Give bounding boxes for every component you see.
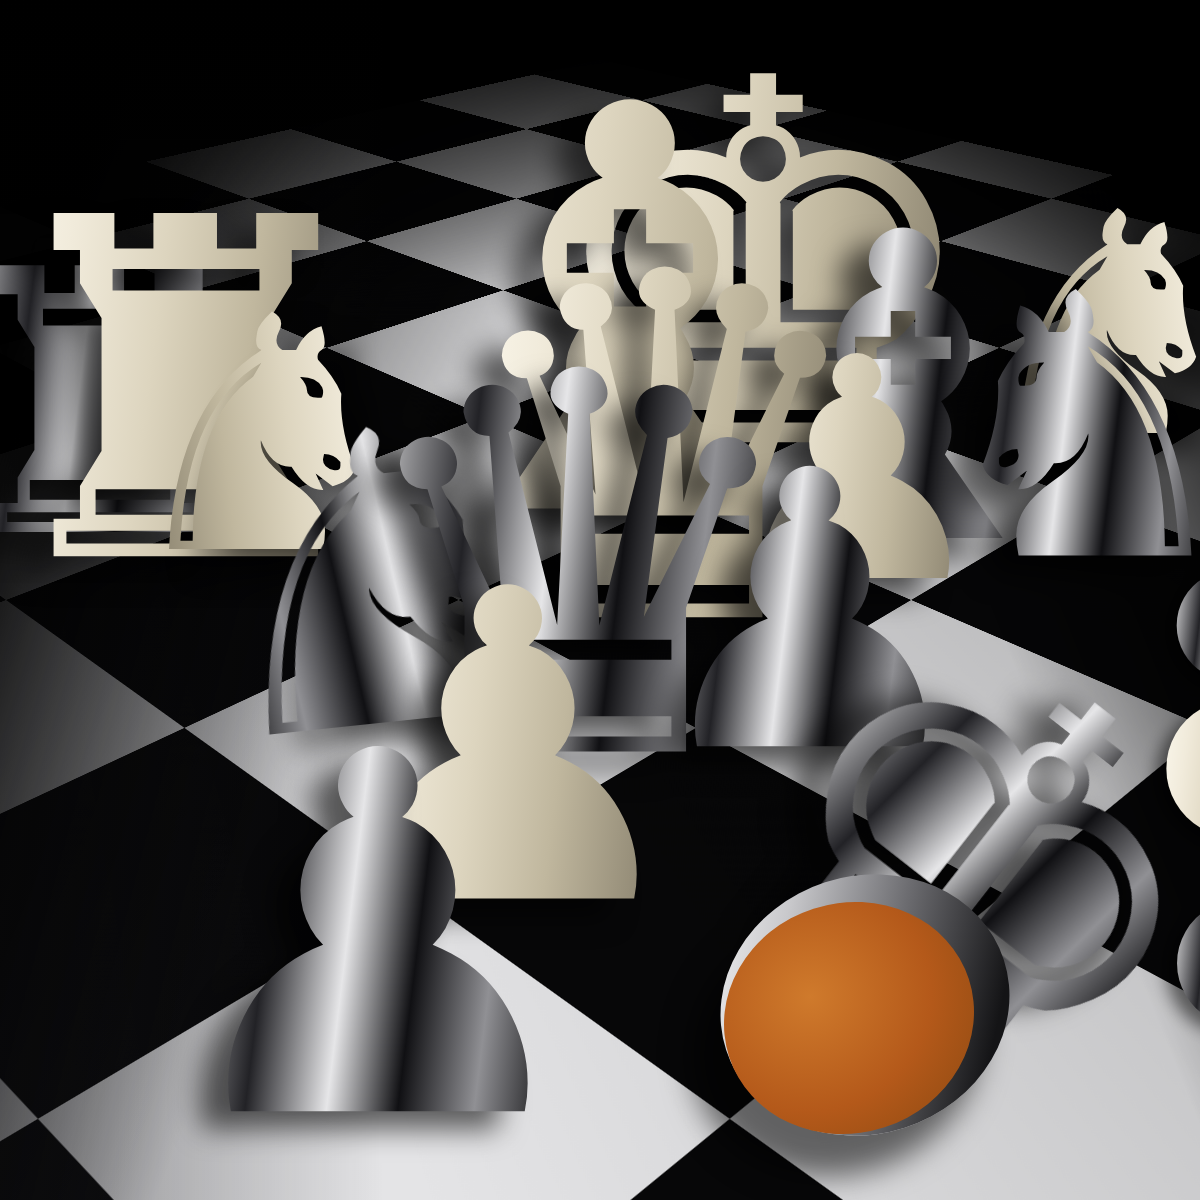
- piece-layer: ♜♜♞♞♝♚♛♛♟♟♟♟♝♞♞♚●●●: [0, 0, 1200, 1200]
- piece-black-pawn-b2[interactable]: ♟: [154, 688, 602, 1188]
- chess-scene: ♜♜♞♞♝♚♛♛♟♟♟♟♝♞♞♚●●●: [0, 0, 1200, 1200]
